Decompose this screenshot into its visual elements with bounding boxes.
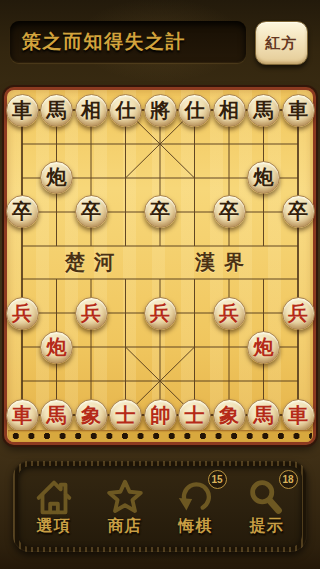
bottom-toolbar: 選項 商店 15 悔棋 18 提示 (13, 461, 307, 552)
options-button[interactable]: 選項 (21, 470, 87, 544)
piece-black-r3c0[interactable]: 卒 (6, 195, 39, 228)
toolbar-panel: 選項 商店 15 悔棋 18 提示 (18, 466, 302, 547)
hint-count-badge: 18 (279, 470, 298, 489)
piece-black-r0c4[interactable]: 將 (144, 94, 177, 127)
piece-red-r9c3[interactable]: 士 (109, 399, 142, 432)
piece-red-r6c2[interactable]: 兵 (75, 297, 108, 330)
piece-black-r0c5[interactable]: 仕 (178, 94, 211, 127)
piece-black-r3c6[interactable]: 卒 (213, 195, 246, 228)
piece-red-r9c1[interactable]: 馬 (40, 399, 73, 432)
piece-red-r9c7[interactable]: 馬 (247, 399, 280, 432)
options-label: 選項 (21, 516, 87, 537)
piece-black-r0c7[interactable]: 馬 (247, 94, 280, 127)
quote-text: 策之而知得失之計 (22, 29, 186, 55)
river-label-right: 漢界 (195, 249, 253, 275)
star-icon (102, 475, 148, 519)
piece-red-r9c8[interactable]: 車 (282, 399, 315, 432)
piece-red-r9c4[interactable]: 帥 (144, 399, 177, 432)
hint-label: 提示 (234, 516, 300, 537)
home-icon (31, 475, 77, 519)
piece-black-r3c8[interactable]: 卒 (282, 195, 315, 228)
shop-button[interactable]: 商店 (92, 470, 158, 544)
river-label-left: 楚河 (65, 249, 123, 275)
piece-red-r6c8[interactable]: 兵 (282, 297, 315, 330)
piece-black-r0c6[interactable]: 相 (213, 94, 246, 127)
piece-black-r0c3[interactable]: 仕 (109, 94, 142, 127)
piece-red-r6c4[interactable]: 兵 (144, 297, 177, 330)
board-grid (7, 90, 313, 442)
hint-button[interactable]: 18 提示 (234, 470, 300, 544)
piece-red-r9c6[interactable]: 象 (213, 399, 246, 432)
piece-black-r0c8[interactable]: 車 (282, 94, 315, 127)
undo-button[interactable]: 15 悔棋 (163, 470, 229, 544)
piece-black-r0c2[interactable]: 相 (75, 94, 108, 127)
shop-label: 商店 (92, 516, 158, 537)
xiangqi-board[interactable]: 楚河 漢界 車馬相仕將仕相馬車炮炮卒卒卒卒卒兵兵兵兵兵炮炮車馬象士帥士象馬車 (4, 87, 316, 445)
turn-indicator-button[interactable]: 紅方 (255, 21, 308, 65)
undo-count-badge: 15 (208, 470, 227, 489)
piece-red-r7c1[interactable]: 炮 (40, 331, 73, 364)
piece-red-r6c6[interactable]: 兵 (213, 297, 246, 330)
piece-red-r7c7[interactable]: 炮 (247, 331, 280, 364)
quote-banner: 策之而知得失之計 (10, 21, 246, 63)
undo-label: 悔棋 (163, 516, 229, 537)
piece-black-r0c1[interactable]: 馬 (40, 94, 73, 127)
piece-black-r0c0[interactable]: 車 (6, 94, 39, 127)
piece-red-r9c5[interactable]: 士 (178, 399, 211, 432)
board-bottom-rail (8, 430, 312, 442)
piece-red-r9c0[interactable]: 車 (6, 399, 39, 432)
piece-red-r6c0[interactable]: 兵 (6, 297, 39, 330)
piece-red-r9c2[interactable]: 象 (75, 399, 108, 432)
piece-black-r3c2[interactable]: 卒 (75, 195, 108, 228)
piece-black-r3c4[interactable]: 卒 (144, 195, 177, 228)
